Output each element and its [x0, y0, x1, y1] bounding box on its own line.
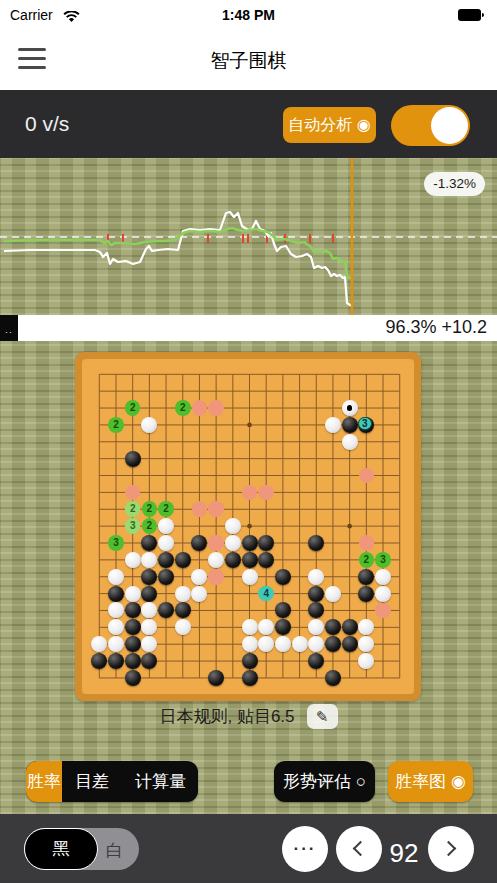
black-stone [325, 670, 341, 686]
app-window: Carrier 1:48 PM 智子围棋 0 v/s 自动分析 ◉ -1.32%… [0, 0, 497, 883]
prev-move-button[interactable] [336, 826, 382, 872]
suggestion-marker[interactable]: 2 [158, 501, 174, 517]
board-area: 2223222323234 日本规则, 贴目6.5✎ 胜率 目差 计算量 形势评… [0, 341, 497, 814]
black-stone [125, 653, 141, 669]
black-stone [342, 417, 358, 433]
black-stone [358, 586, 374, 602]
winrate-chart[interactable]: -1.32% [0, 158, 497, 315]
more-button[interactable]: ··· [282, 826, 328, 872]
nav-bar: 智子围棋 [0, 30, 497, 90]
black-stone [308, 586, 324, 602]
ownership-marker[interactable] [192, 501, 208, 517]
rules-label: 日本规则, 贴目6.5 [159, 707, 294, 726]
black-stone [258, 552, 274, 568]
winrate-chart-svg [0, 158, 497, 315]
white-stone [191, 586, 207, 602]
suggestion-marker[interactable]: 3 [108, 535, 124, 551]
ownership-marker[interactable] [258, 485, 274, 501]
black-stone [141, 569, 157, 585]
white-side-label: 白 [106, 839, 123, 862]
black-stone [242, 653, 258, 669]
black-stone [108, 653, 124, 669]
black-stone [342, 636, 358, 652]
black-stone [108, 586, 124, 602]
visits-label: 0 v/s [25, 112, 69, 136]
clock-label: 1:48 PM [0, 7, 497, 23]
go-board[interactable]: 2223222323234 [75, 352, 421, 701]
tab-score-diff[interactable]: 目差 [62, 761, 123, 802]
black-stone [358, 569, 374, 585]
black-stone [175, 552, 191, 568]
color-side-toggle[interactable]: 白 黑 [24, 828, 139, 870]
score-bar: ·· 96.3% +10.2 [0, 315, 497, 341]
rules-line: 日本规则, 贴目6.5✎ [0, 704, 497, 734]
ownership-marker[interactable] [208, 569, 224, 585]
ownership-marker[interactable] [208, 501, 224, 517]
move-number-label: 92 [382, 838, 426, 869]
white-stone [108, 569, 124, 585]
auto-analysis-button[interactable]: 自动分析 ◉ [283, 107, 376, 143]
black-stone [242, 535, 258, 551]
status-bar: Carrier 1:48 PM [0, 0, 497, 30]
suggestion-marker[interactable]: 2 [175, 400, 191, 416]
ownership-marker[interactable] [359, 535, 375, 551]
black-stone [158, 569, 174, 585]
ownership-marker[interactable] [208, 400, 224, 416]
chevron-right-icon [441, 841, 457, 857]
white-stone [158, 535, 174, 551]
page-title: 智子围棋 [0, 48, 497, 74]
battery-icon [458, 9, 485, 21]
suggestion-marker[interactable]: 3 [375, 552, 391, 568]
white-stone [175, 586, 191, 602]
white-stone [175, 619, 191, 635]
suggestion-marker[interactable]: 3 [358, 417, 371, 430]
white-stone [125, 552, 141, 568]
white-stone [292, 636, 308, 652]
white-stone [242, 636, 258, 652]
edit-rules-button[interactable]: ✎ [307, 704, 338, 729]
black-stone [208, 670, 224, 686]
bottom-panel: 白 黑 ··· 92 [0, 814, 497, 883]
white-stone [342, 434, 358, 450]
metric-segmented-control[interactable]: 胜率 目差 计算量 [26, 761, 198, 802]
white-stone [225, 518, 241, 534]
black-stone [342, 619, 358, 635]
black-stone [125, 670, 141, 686]
winrate-delta-badge: -1.32% [424, 172, 485, 196]
black-stone [275, 569, 291, 585]
ownership-marker[interactable] [375, 603, 391, 619]
tab-computation[interactable]: 计算量 [123, 761, 198, 802]
auto-analysis-toggle[interactable] [391, 105, 470, 146]
toggle-knob [431, 107, 468, 144]
analysis-bar: 0 v/s 自动分析 ◉ [0, 90, 497, 158]
black-stone [141, 586, 157, 602]
winrate-graph-button[interactable]: 胜率图 ◉ [388, 761, 473, 802]
winrate-score-label: 96.3% +10.2 [385, 317, 487, 338]
black-stone [125, 619, 141, 635]
white-stone [125, 586, 141, 602]
suggestion-marker[interactable]: 2 [359, 552, 375, 568]
ownership-marker[interactable] [192, 400, 208, 416]
white-stone [242, 569, 258, 585]
white-stone [375, 569, 391, 585]
white-stone [242, 619, 258, 635]
suggestion-marker[interactable]: 2 [142, 518, 158, 534]
black-stone [225, 552, 241, 568]
white-stone [275, 636, 291, 652]
suggestion-marker[interactable]: 2 [142, 501, 158, 517]
ellipsis-icon: ··· [282, 839, 328, 859]
white-stone [375, 586, 391, 602]
black-side-selected: 黑 [24, 828, 98, 870]
white-stone [325, 417, 341, 433]
suggestion-marker[interactable]: 2 [108, 417, 124, 433]
white-stone [325, 586, 341, 602]
black-stone [242, 670, 258, 686]
white-stone [225, 535, 241, 551]
chevron-left-icon [353, 841, 369, 857]
white-stone [208, 552, 224, 568]
black-stone [125, 636, 141, 652]
next-move-button[interactable] [428, 826, 474, 872]
black-stone [242, 552, 258, 568]
ownership-marker[interactable] [208, 535, 224, 551]
black-stone [158, 552, 174, 568]
tab-winrate[interactable]: 胜率 [26, 761, 62, 802]
white-stone [308, 569, 324, 585]
situation-eval-button[interactable]: 形势评估 ○ [274, 761, 375, 802]
score-drag-handle[interactable]: ·· [0, 315, 18, 341]
black-stone [125, 451, 141, 467]
